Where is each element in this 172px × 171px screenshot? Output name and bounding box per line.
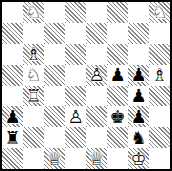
piece-black-king: ♚ xyxy=(107,106,128,127)
piece-white-pawn-fill: ♟ xyxy=(65,106,86,127)
square-f1[interactable] xyxy=(107,148,128,169)
piece-black-pawn: ♟ xyxy=(128,106,149,127)
square-f2[interactable] xyxy=(107,127,128,148)
square-b5[interactable]: ♞♘ xyxy=(23,65,44,86)
square-d5[interactable] xyxy=(65,65,86,86)
piece-white-knight-fill: ♞ xyxy=(23,65,44,86)
square-e2[interactable] xyxy=(86,127,107,148)
square-h3[interactable] xyxy=(149,106,170,127)
piece-white-knight: ♘ xyxy=(23,2,44,23)
square-h1[interactable] xyxy=(149,148,170,169)
piece-white-king: ♔ xyxy=(128,148,149,169)
piece-white-bishop-fill: ♝ xyxy=(23,44,44,65)
square-a8[interactable] xyxy=(2,2,23,23)
square-c4[interactable] xyxy=(44,86,65,107)
piece-white-pawn-fill: ♟ xyxy=(86,65,107,86)
piece-white-queen: ♕ xyxy=(44,148,65,169)
square-g5[interactable]: ♟ xyxy=(128,65,149,86)
chess-board: ♞♘♞♘♝♗♞♘♟♙♟♟♝♗♜♖♟♟♟♙♚♟♜♞♛♕♛♕♚♔ xyxy=(2,2,170,169)
chess-board-frame: ♞♘♞♘♝♗♞♘♟♙♟♟♝♗♜♖♟♟♟♙♚♟♜♞♛♕♛♕♚♔ xyxy=(0,0,172,171)
square-g8[interactable] xyxy=(128,2,149,23)
piece-white-knight: ♘ xyxy=(23,65,44,86)
square-f3[interactable]: ♚ xyxy=(107,106,128,127)
square-c5[interactable] xyxy=(44,65,65,86)
square-b1[interactable] xyxy=(23,148,44,169)
square-b3[interactable] xyxy=(23,106,44,127)
piece-white-rook-fill: ♜ xyxy=(23,86,44,107)
square-a4[interactable] xyxy=(2,86,23,107)
square-h7[interactable] xyxy=(149,23,170,44)
square-f7[interactable] xyxy=(107,23,128,44)
square-e3[interactable] xyxy=(86,106,107,127)
piece-white-bishop-fill: ♝ xyxy=(149,65,170,86)
square-a5[interactable] xyxy=(2,65,23,86)
square-e7[interactable] xyxy=(86,23,107,44)
square-d4[interactable] xyxy=(65,86,86,107)
square-a3[interactable]: ♟ xyxy=(2,106,23,127)
square-b4[interactable]: ♜♖ xyxy=(23,86,44,107)
square-f5[interactable]: ♟ xyxy=(107,65,128,86)
piece-black-knight: ♞ xyxy=(128,127,149,148)
piece-black-pawn: ♟ xyxy=(128,86,149,107)
square-e1[interactable]: ♛♕ xyxy=(86,148,107,169)
square-c8[interactable] xyxy=(44,2,65,23)
piece-white-knight: ♘ xyxy=(149,2,170,23)
piece-white-knight-fill: ♞ xyxy=(23,2,44,23)
square-c2[interactable] xyxy=(44,127,65,148)
piece-white-pawn: ♙ xyxy=(65,106,86,127)
piece-white-bishop: ♗ xyxy=(23,44,44,65)
square-a6[interactable] xyxy=(2,44,23,65)
square-a1[interactable] xyxy=(2,148,23,169)
piece-black-pawn: ♟ xyxy=(107,65,128,86)
piece-black-pawn: ♟ xyxy=(128,65,149,86)
square-c7[interactable] xyxy=(44,23,65,44)
square-b8[interactable]: ♞♘ xyxy=(23,2,44,23)
square-f8[interactable] xyxy=(107,2,128,23)
square-a7[interactable] xyxy=(2,23,23,44)
square-h8[interactable]: ♞♘ xyxy=(149,2,170,23)
piece-white-queen-fill: ♛ xyxy=(86,148,107,169)
square-g6[interactable] xyxy=(128,44,149,65)
piece-white-bishop: ♗ xyxy=(149,65,170,86)
square-a2[interactable]: ♜ xyxy=(2,127,23,148)
square-g3[interactable]: ♟ xyxy=(128,106,149,127)
square-d8[interactable] xyxy=(65,2,86,23)
piece-white-king-fill: ♚ xyxy=(128,148,149,169)
square-b6[interactable]: ♝♗ xyxy=(23,44,44,65)
piece-white-queen: ♕ xyxy=(86,148,107,169)
square-h6[interactable] xyxy=(149,44,170,65)
square-e5[interactable]: ♟♙ xyxy=(86,65,107,86)
square-d2[interactable] xyxy=(65,127,86,148)
square-c1[interactable]: ♛♕ xyxy=(44,148,65,169)
square-e8[interactable] xyxy=(86,2,107,23)
piece-white-rook: ♖ xyxy=(23,86,44,107)
square-d3[interactable]: ♟♙ xyxy=(65,106,86,127)
square-f6[interactable] xyxy=(107,44,128,65)
square-g1[interactable]: ♚♔ xyxy=(128,148,149,169)
square-g4[interactable]: ♟ xyxy=(128,86,149,107)
piece-white-queen-fill: ♛ xyxy=(44,148,65,169)
square-f4[interactable] xyxy=(107,86,128,107)
square-c6[interactable] xyxy=(44,44,65,65)
square-c3[interactable] xyxy=(44,106,65,127)
square-d7[interactable] xyxy=(65,23,86,44)
piece-white-pawn: ♙ xyxy=(86,65,107,86)
square-e6[interactable] xyxy=(86,44,107,65)
square-h5[interactable]: ♝♗ xyxy=(149,65,170,86)
piece-black-rook: ♜ xyxy=(2,127,23,148)
square-b7[interactable] xyxy=(23,23,44,44)
square-g7[interactable] xyxy=(128,23,149,44)
square-b2[interactable] xyxy=(23,127,44,148)
square-e4[interactable] xyxy=(86,86,107,107)
square-h4[interactable] xyxy=(149,86,170,107)
square-h2[interactable] xyxy=(149,127,170,148)
piece-black-pawn: ♟ xyxy=(2,106,23,127)
square-g2[interactable]: ♞ xyxy=(128,127,149,148)
square-d6[interactable] xyxy=(65,44,86,65)
square-d1[interactable] xyxy=(65,148,86,169)
piece-white-knight-fill: ♞ xyxy=(149,2,170,23)
